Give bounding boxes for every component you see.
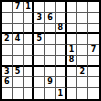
cell-r6c9[interactable] <box>88 56 99 67</box>
cell-r3c2[interactable] <box>13 24 24 35</box>
cell-r2c5[interactable]: 6 <box>45 13 56 24</box>
cell-r3c3[interactable] <box>24 24 35 35</box>
cell-r6c6[interactable] <box>56 56 67 67</box>
cell-r7c9[interactable] <box>88 67 99 78</box>
cell-r9c2[interactable] <box>13 88 24 99</box>
cell-r8c8[interactable] <box>77 77 88 88</box>
cell-r3c1[interactable] <box>2 24 13 35</box>
cell-r9c4[interactable] <box>34 88 45 99</box>
cell-r9c6[interactable]: 1 <box>56 88 67 99</box>
cell-r4c1[interactable]: 2 <box>2 34 13 45</box>
cell-r7c7[interactable] <box>67 67 78 78</box>
cell-r9c5[interactable] <box>45 88 56 99</box>
cell-r1c7[interactable] <box>67 2 78 13</box>
cell-r5c2[interactable] <box>13 45 24 56</box>
cell-r5c6[interactable] <box>56 45 67 56</box>
cell-r8c5[interactable]: 9 <box>45 77 56 88</box>
cell-r4c3[interactable] <box>24 34 35 45</box>
cell-r8c6[interactable] <box>56 77 67 88</box>
cell-r5c1[interactable] <box>2 45 13 56</box>
cell-r4c9[interactable] <box>88 34 99 45</box>
cell-r5c5[interactable] <box>45 45 56 56</box>
cell-r3c9[interactable] <box>88 24 99 35</box>
cell-r8c1[interactable]: 6 <box>2 77 13 88</box>
sudoku-board: 71368245178352691 <box>0 0 101 101</box>
cell-r3c6[interactable]: 8 <box>56 24 67 35</box>
cell-r9c8[interactable] <box>77 88 88 99</box>
cell-r8c4[interactable] <box>34 77 45 88</box>
cell-r6c7[interactable]: 8 <box>67 56 78 67</box>
cell-r6c5[interactable] <box>45 56 56 67</box>
cell-r3c5[interactable] <box>45 24 56 35</box>
cell-r2c6[interactable] <box>56 13 67 24</box>
cell-r8c9[interactable] <box>88 77 99 88</box>
cell-r6c4[interactable] <box>34 56 45 67</box>
cell-r1c8[interactable] <box>77 2 88 13</box>
cell-r4c5[interactable] <box>45 34 56 45</box>
cell-r7c5[interactable] <box>45 67 56 78</box>
cell-r9c9[interactable] <box>88 88 99 99</box>
cell-r4c2[interactable]: 4 <box>13 34 24 45</box>
cell-r8c2[interactable] <box>13 77 24 88</box>
cell-r4c7[interactable] <box>67 34 78 45</box>
cell-r5c3[interactable] <box>24 45 35 56</box>
cell-r9c3[interactable] <box>24 88 35 99</box>
cell-r2c1[interactable] <box>2 13 13 24</box>
cell-r7c6[interactable] <box>56 67 67 78</box>
cell-r5c9[interactable]: 7 <box>88 45 99 56</box>
cell-r2c3[interactable] <box>24 13 35 24</box>
cell-r1c3[interactable]: 1 <box>24 2 35 13</box>
cell-r1c5[interactable] <box>45 2 56 13</box>
cell-r2c9[interactable] <box>88 13 99 24</box>
cell-r7c1[interactable]: 3 <box>2 67 13 78</box>
cell-r6c8[interactable] <box>77 56 88 67</box>
cell-r4c6[interactable] <box>56 34 67 45</box>
cell-r2c4[interactable]: 3 <box>34 13 45 24</box>
cell-r6c1[interactable] <box>2 56 13 67</box>
cell-r7c4[interactable] <box>34 67 45 78</box>
cell-r3c8[interactable] <box>77 24 88 35</box>
cell-r4c8[interactable] <box>77 34 88 45</box>
cell-r1c9[interactable] <box>88 2 99 13</box>
cell-r1c4[interactable] <box>34 2 45 13</box>
cell-r8c7[interactable] <box>67 77 78 88</box>
cell-r2c8[interactable] <box>77 13 88 24</box>
cell-r4c4[interactable]: 5 <box>34 34 45 45</box>
cell-r2c2[interactable] <box>13 13 24 24</box>
cell-r3c4[interactable] <box>34 24 45 35</box>
cell-r8c3[interactable] <box>24 77 35 88</box>
cell-r3c7[interactable] <box>67 24 78 35</box>
cell-r7c8[interactable]: 2 <box>77 67 88 78</box>
cell-r1c1[interactable] <box>2 2 13 13</box>
cell-r7c3[interactable] <box>24 67 35 78</box>
cell-r1c6[interactable] <box>56 2 67 13</box>
cell-r5c8[interactable] <box>77 45 88 56</box>
cell-r7c2[interactable]: 5 <box>13 67 24 78</box>
cell-r1c2[interactable]: 7 <box>13 2 24 13</box>
cell-r5c7[interactable]: 1 <box>67 45 78 56</box>
cell-r6c2[interactable] <box>13 56 24 67</box>
cell-r6c3[interactable] <box>24 56 35 67</box>
cell-r5c4[interactable] <box>34 45 45 56</box>
cell-r9c7[interactable] <box>67 88 78 99</box>
cell-r2c7[interactable] <box>67 13 78 24</box>
cell-r9c1[interactable] <box>2 88 13 99</box>
